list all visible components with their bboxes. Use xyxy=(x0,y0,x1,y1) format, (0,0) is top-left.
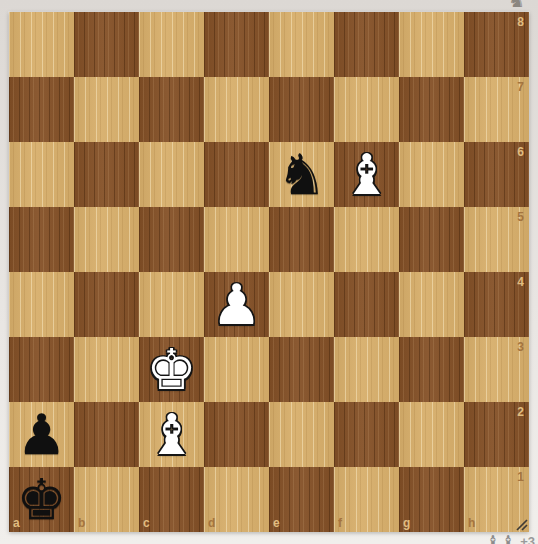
rank-label-8: 8 xyxy=(517,16,524,28)
square-f3[interactable] xyxy=(334,337,399,402)
file-label-f: f xyxy=(338,517,342,529)
square-f4[interactable] xyxy=(334,272,399,337)
white-bishop-c2[interactable]: ♝ xyxy=(139,402,204,467)
square-a3[interactable] xyxy=(9,337,74,402)
rank-label-1: 1 xyxy=(517,471,524,483)
square-c8[interactable] xyxy=(139,12,204,77)
square-h5[interactable]: 5 xyxy=(464,207,529,272)
square-c4[interactable] xyxy=(139,272,204,337)
square-h3[interactable]: 3 xyxy=(464,337,529,402)
file-label-e: e xyxy=(273,517,280,529)
square-d3[interactable] xyxy=(204,337,269,402)
square-e6[interactable]: ♞ xyxy=(269,142,334,207)
square-e2[interactable] xyxy=(269,402,334,467)
rank-label-3: 3 xyxy=(517,341,524,353)
square-b5[interactable] xyxy=(74,207,139,272)
square-f6[interactable]: ♝ xyxy=(334,142,399,207)
square-b3[interactable] xyxy=(74,337,139,402)
square-g2[interactable] xyxy=(399,402,464,467)
rank-label-4: 4 xyxy=(517,276,524,288)
chess-board: 87♞♝65♟4♚3♟♝2a♚bcdefg1h xyxy=(9,12,529,532)
black-knight-e6[interactable]: ♞ xyxy=(269,142,334,207)
white-king-c3[interactable]: ♚ xyxy=(139,337,204,402)
square-e7[interactable] xyxy=(269,77,334,142)
square-h6[interactable]: 6 xyxy=(464,142,529,207)
square-d1[interactable]: d xyxy=(204,467,269,532)
square-b1[interactable]: b xyxy=(74,467,139,532)
square-a6[interactable] xyxy=(9,142,74,207)
square-g6[interactable] xyxy=(399,142,464,207)
square-b2[interactable] xyxy=(74,402,139,467)
square-b7[interactable] xyxy=(74,77,139,142)
square-h7[interactable]: 7 xyxy=(464,77,529,142)
chess-app: ♞ 87♞♝65♟4♚3♟♝2a♚bcdefg1h ♝♝+3 xyxy=(0,0,538,544)
square-h4[interactable]: 4 xyxy=(464,272,529,337)
square-c7[interactable] xyxy=(139,77,204,142)
captured-bishop-icon: ♝ xyxy=(501,534,515,544)
square-d8[interactable] xyxy=(204,12,269,77)
square-f1[interactable]: f xyxy=(334,467,399,532)
rank-label-5: 5 xyxy=(517,211,524,223)
square-f2[interactable] xyxy=(334,402,399,467)
rank-label-7: 7 xyxy=(517,81,524,93)
captured-bishop-icon: ♝ xyxy=(485,534,499,544)
black-king-a1[interactable]: ♚ xyxy=(9,467,74,532)
square-b8[interactable] xyxy=(74,12,139,77)
file-label-d: d xyxy=(208,517,215,529)
board-resize-handle-icon[interactable] xyxy=(514,517,528,531)
square-b6[interactable] xyxy=(74,142,139,207)
square-e5[interactable] xyxy=(269,207,334,272)
square-h8[interactable]: 8 xyxy=(464,12,529,77)
white-bishop-f6[interactable]: ♝ xyxy=(334,142,399,207)
square-f7[interactable] xyxy=(334,77,399,142)
square-a4[interactable] xyxy=(9,272,74,337)
file-label-b: b xyxy=(78,517,85,529)
rank-label-2: 2 xyxy=(517,406,524,418)
square-a7[interactable] xyxy=(9,77,74,142)
square-e1[interactable]: e xyxy=(269,467,334,532)
square-a1[interactable]: a♚ xyxy=(9,467,74,532)
file-label-c: c xyxy=(143,517,150,529)
square-a8[interactable] xyxy=(9,12,74,77)
square-c3[interactable]: ♚ xyxy=(139,337,204,402)
square-g5[interactable] xyxy=(399,207,464,272)
square-g8[interactable] xyxy=(399,12,464,77)
square-g4[interactable] xyxy=(399,272,464,337)
square-g7[interactable] xyxy=(399,77,464,142)
square-g3[interactable] xyxy=(399,337,464,402)
material-advantage: +3 xyxy=(520,534,535,544)
white-pawn-d4[interactable]: ♟ xyxy=(204,272,269,337)
captured-knight-icon: ♞ xyxy=(508,0,525,10)
square-a2[interactable]: ♟ xyxy=(9,402,74,467)
square-e8[interactable] xyxy=(269,12,334,77)
square-c1[interactable]: c xyxy=(139,467,204,532)
square-c6[interactable] xyxy=(139,142,204,207)
square-f8[interactable] xyxy=(334,12,399,77)
captured-pieces-bottom: ♝♝+3 xyxy=(485,534,535,544)
square-g1[interactable]: g xyxy=(399,467,464,532)
square-a5[interactable] xyxy=(9,207,74,272)
file-label-h: h xyxy=(468,517,475,529)
square-d2[interactable] xyxy=(204,402,269,467)
square-d6[interactable] xyxy=(204,142,269,207)
square-d7[interactable] xyxy=(204,77,269,142)
square-e4[interactable] xyxy=(269,272,334,337)
file-label-g: g xyxy=(403,517,410,529)
square-d5[interactable] xyxy=(204,207,269,272)
square-d4[interactable]: ♟ xyxy=(204,272,269,337)
captured-pieces-top: ♞ xyxy=(508,0,525,10)
square-h2[interactable]: 2 xyxy=(464,402,529,467)
square-f5[interactable] xyxy=(334,207,399,272)
square-b4[interactable] xyxy=(74,272,139,337)
square-e3[interactable] xyxy=(269,337,334,402)
square-c5[interactable] xyxy=(139,207,204,272)
black-pawn-a2[interactable]: ♟ xyxy=(9,402,74,467)
square-c2[interactable]: ♝ xyxy=(139,402,204,467)
rank-label-6: 6 xyxy=(517,146,524,158)
